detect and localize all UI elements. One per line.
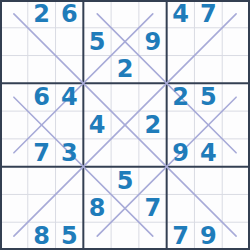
cell-r5c5[interactable]	[111, 111, 139, 139]
cell-r7c5-given[interactable]: 5	[111, 167, 139, 195]
cell-r9c1[interactable]	[0, 222, 28, 250]
cell-r6c7-given[interactable]: 9	[167, 139, 195, 167]
cell-r7c6[interactable]	[139, 167, 167, 195]
cell-r9c3-given[interactable]: 5	[56, 222, 84, 250]
cell-r4c7-given[interactable]: 2	[167, 83, 195, 111]
cell-r4c6[interactable]	[139, 83, 167, 111]
cell-r2c5[interactable]	[111, 28, 139, 56]
cell-r3c7[interactable]	[167, 56, 195, 84]
cell-r9c8-given[interactable]: 9	[194, 222, 222, 250]
cell-r2c8[interactable]	[194, 28, 222, 56]
cell-r3c6[interactable]	[139, 56, 167, 84]
cell-r2c4-given[interactable]: 5	[83, 28, 111, 56]
cell-r1c4[interactable]	[83, 0, 111, 28]
cell-r3c5-given[interactable]: 2	[111, 56, 139, 84]
cell-r4c2-given[interactable]: 6	[28, 83, 56, 111]
cell-r7c9[interactable]	[222, 167, 250, 195]
cell-r6c9[interactable]	[222, 139, 250, 167]
cell-r7c2[interactable]	[28, 167, 56, 195]
cell-r4c3-given[interactable]: 4	[56, 83, 84, 111]
cell-r2c1[interactable]	[0, 28, 28, 56]
cell-r5c7[interactable]	[167, 111, 195, 139]
cell-r2c9[interactable]	[222, 28, 250, 56]
cell-r5c1[interactable]	[0, 111, 28, 139]
cell-r3c2[interactable]	[28, 56, 56, 84]
cell-r4c4[interactable]	[83, 83, 111, 111]
cell-r9c9[interactable]	[222, 222, 250, 250]
cell-r4c9[interactable]	[222, 83, 250, 111]
cell-r1c7-given[interactable]: 4	[167, 0, 195, 28]
cell-r1c1[interactable]	[0, 0, 28, 28]
cell-r9c6[interactable]	[139, 222, 167, 250]
cell-r7c3[interactable]	[56, 167, 84, 195]
cell-r5c3[interactable]	[56, 111, 84, 139]
cell-r8c9[interactable]	[222, 194, 250, 222]
cell-r1c9[interactable]	[222, 0, 250, 28]
cell-r6c8-given[interactable]: 4	[194, 139, 222, 167]
cell-r3c9[interactable]	[222, 56, 250, 84]
cell-r3c8[interactable]	[194, 56, 222, 84]
cell-r1c2-given[interactable]: 2	[28, 0, 56, 28]
cell-r8c7[interactable]	[167, 194, 195, 222]
cell-r4c8-given[interactable]: 5	[194, 83, 222, 111]
cell-r8c5[interactable]	[111, 194, 139, 222]
cell-r4c1[interactable]	[0, 83, 28, 111]
cell-r9c5[interactable]	[111, 222, 139, 250]
cell-r9c4[interactable]	[83, 222, 111, 250]
cell-r7c4[interactable]	[83, 167, 111, 195]
cell-r6c1[interactable]	[0, 139, 28, 167]
cell-r5c4-given[interactable]: 4	[83, 111, 111, 139]
cell-r6c4[interactable]	[83, 139, 111, 167]
cell-r6c3-given[interactable]: 3	[56, 139, 84, 167]
cell-r6c5[interactable]	[111, 139, 139, 167]
cell-r3c3[interactable]	[56, 56, 84, 84]
cell-r3c1[interactable]	[0, 56, 28, 84]
cell-r9c2-given[interactable]: 8	[28, 222, 56, 250]
cell-r5c9[interactable]	[222, 111, 250, 139]
cell-r8c1[interactable]	[0, 194, 28, 222]
cell-r1c6[interactable]	[139, 0, 167, 28]
cell-r8c6-given[interactable]: 7	[139, 194, 167, 222]
cell-r2c7[interactable]	[167, 28, 195, 56]
cell-r6c2-given[interactable]: 7	[28, 139, 56, 167]
cell-r2c3[interactable]	[56, 28, 84, 56]
cell-r4c5[interactable]	[111, 83, 139, 111]
cell-grid: 264759264254273945878579	[0, 0, 250, 250]
cell-r7c8[interactable]	[194, 167, 222, 195]
cell-r2c2[interactable]	[28, 28, 56, 56]
cell-r5c6-given[interactable]: 2	[139, 111, 167, 139]
cell-r1c5[interactable]	[111, 0, 139, 28]
cell-r5c8[interactable]	[194, 111, 222, 139]
cell-r9c7-given[interactable]: 7	[167, 222, 195, 250]
cell-r8c2[interactable]	[28, 194, 56, 222]
cell-r8c3[interactable]	[56, 194, 84, 222]
cell-r7c7[interactable]	[167, 167, 195, 195]
cell-r7c1[interactable]	[0, 167, 28, 195]
cell-r8c4-given[interactable]: 8	[83, 194, 111, 222]
cell-r1c3-given[interactable]: 6	[56, 0, 84, 28]
cell-r1c8-given[interactable]: 7	[194, 0, 222, 28]
cell-r6c6[interactable]	[139, 139, 167, 167]
cell-r3c4[interactable]	[83, 56, 111, 84]
cell-r8c8[interactable]	[194, 194, 222, 222]
cell-r5c2[interactable]	[28, 111, 56, 139]
sudoku-board: 264759264254273945878579	[0, 0, 250, 250]
cell-r2c6-given[interactable]: 9	[139, 28, 167, 56]
